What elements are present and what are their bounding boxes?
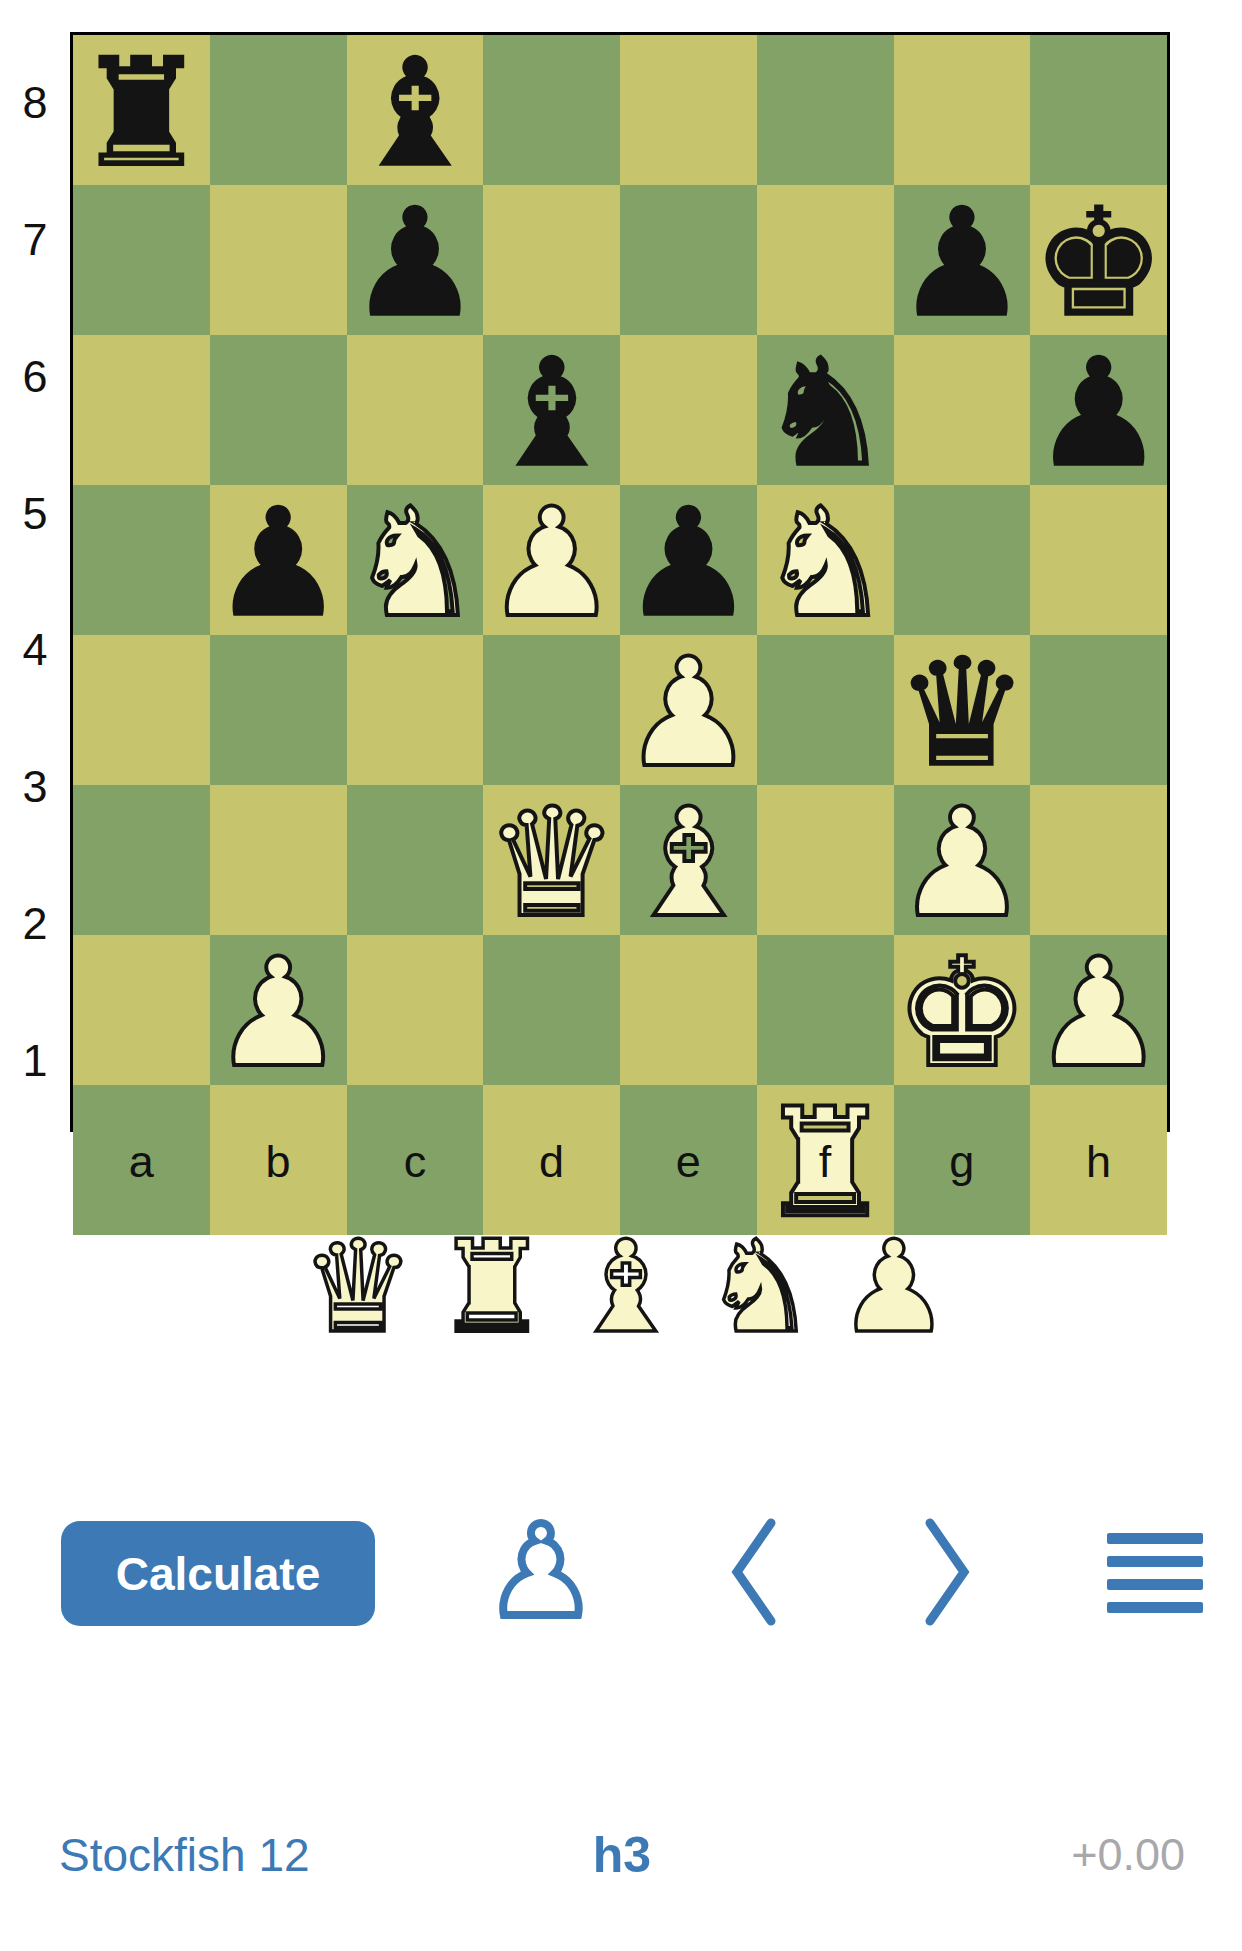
square-h2[interactable]: ♟ (1030, 935, 1167, 1085)
square-d6[interactable]: ♝ (483, 335, 620, 485)
square-d4[interactable] (483, 635, 620, 785)
white-bishop[interactable]: ♝ (621, 788, 755, 938)
calculate-button[interactable]: Calculate (61, 1521, 375, 1626)
square-d2[interactable] (483, 935, 620, 1085)
menu-bar (1107, 1556, 1203, 1567)
white-pawn[interactable]: ♟ (621, 638, 755, 788)
black-knight[interactable]: ♞ (758, 338, 892, 488)
square-c8[interactable]: ♝ (347, 35, 484, 185)
square-f6[interactable]: ♞ (757, 335, 894, 485)
tray-white-bishop[interactable]: ♝ (569, 1212, 673, 1362)
black-bishop[interactable]: ♝ (348, 38, 482, 188)
square-a5[interactable] (73, 485, 210, 635)
square-a3[interactable] (73, 785, 210, 935)
square-d5[interactable]: ♟ (483, 485, 620, 635)
square-d8[interactable] (483, 35, 620, 185)
square-b3[interactable] (210, 785, 347, 935)
menu-icon[interactable] (1107, 1533, 1203, 1613)
square-g7[interactable]: ♟ (894, 185, 1031, 335)
square-a7[interactable] (73, 185, 210, 335)
white-queen[interactable]: ♛ (484, 788, 618, 938)
square-h8[interactable] (1030, 35, 1167, 185)
square-g3[interactable]: ♟ (894, 785, 1031, 935)
tray-white-queen[interactable]: ♛ (301, 1212, 405, 1362)
square-g8[interactable] (894, 35, 1031, 185)
file-label-f: f (757, 1136, 894, 1188)
rank-label-4: 4 (0, 582, 70, 719)
square-h3[interactable] (1030, 785, 1167, 935)
square-c2[interactable] (347, 935, 484, 1085)
square-b7[interactable] (210, 185, 347, 335)
chess-board: ♜♝♟♟♚♝♞♟♟♞♟♟♞♟♛♛♝♟♟♚♟♜ (70, 32, 1170, 1132)
menu-bar (1107, 1579, 1203, 1590)
square-f7[interactable] (757, 185, 894, 335)
tray-white-pawn[interactable]: ♟ (837, 1212, 941, 1362)
square-a4[interactable] (73, 635, 210, 785)
square-e5[interactable]: ♟ (620, 485, 757, 635)
engine-label[interactable]: Stockfish 12 (59, 1828, 310, 1882)
square-f8[interactable] (757, 35, 894, 185)
piece-tray: ♛♜♝♞♟ (0, 1212, 1242, 1362)
square-d3[interactable]: ♛ (483, 785, 620, 935)
square-f4[interactable] (757, 635, 894, 785)
file-label-b: b (210, 1136, 347, 1188)
square-a8[interactable]: ♜ (73, 35, 210, 185)
black-pawn[interactable]: ♟ (348, 188, 482, 338)
square-e3[interactable]: ♝ (620, 785, 757, 935)
file-label-c: c (347, 1136, 484, 1188)
rank-label-1: 1 (0, 992, 70, 1129)
pawn-icon[interactable]: ♟ (489, 1506, 593, 1638)
white-pawn[interactable]: ♟ (211, 938, 345, 1088)
white-knight[interactable]: ♞ (348, 488, 482, 638)
square-a6[interactable] (73, 335, 210, 485)
next-move-icon[interactable] (922, 1516, 974, 1628)
menu-bar (1107, 1602, 1203, 1613)
rank-label-2: 2 (0, 856, 70, 993)
previous-move-icon[interactable] (727, 1516, 779, 1628)
square-b5[interactable]: ♟ (210, 485, 347, 635)
square-e4[interactable]: ♟ (620, 635, 757, 785)
black-pawn[interactable]: ♟ (211, 488, 345, 638)
chess-analysis-app: 87654321 ♜♝♟♟♚♝♞♟♟♞♟♟♞♟♛♛♝♟♟♚♟♜ abcdefgh… (0, 0, 1242, 1951)
file-label-g: g (894, 1136, 1031, 1188)
square-h6[interactable]: ♟ (1030, 335, 1167, 485)
square-e7[interactable] (620, 185, 757, 335)
square-b8[interactable] (210, 35, 347, 185)
square-c5[interactable]: ♞ (347, 485, 484, 635)
square-c4[interactable] (347, 635, 484, 785)
square-b4[interactable] (210, 635, 347, 785)
rank-label-6: 6 (0, 309, 70, 446)
square-a2[interactable] (73, 935, 210, 1085)
square-g5[interactable] (894, 485, 1031, 635)
white-pawn[interactable]: ♟ (895, 788, 1029, 938)
black-pawn[interactable]: ♟ (1031, 338, 1165, 488)
evaluation-text: +0.00 (1071, 1829, 1185, 1881)
rank-label-7: 7 (0, 172, 70, 309)
square-f5[interactable]: ♞ (757, 485, 894, 635)
file-label-h: h (1030, 1136, 1167, 1188)
file-label-d: d (483, 1136, 620, 1188)
rank-label-5: 5 (0, 445, 70, 582)
square-e6[interactable] (620, 335, 757, 485)
file-label-e: e (620, 1136, 757, 1188)
black-rook[interactable]: ♜ (74, 38, 208, 188)
black-bishop[interactable]: ♝ (484, 338, 618, 488)
square-h7[interactable]: ♚ (1030, 185, 1167, 335)
square-g2[interactable]: ♚ (894, 935, 1031, 1085)
square-b6[interactable] (210, 335, 347, 485)
rank-label-8: 8 (0, 35, 70, 172)
square-f2[interactable] (757, 935, 894, 1085)
square-d7[interactable] (483, 185, 620, 335)
black-queen[interactable]: ♛ (895, 638, 1029, 788)
tray-white-knight[interactable]: ♞ (703, 1212, 807, 1362)
square-g4[interactable]: ♛ (894, 635, 1031, 785)
square-e2[interactable] (620, 935, 757, 1085)
square-f3[interactable] (757, 785, 894, 935)
white-king[interactable]: ♚ (895, 938, 1029, 1088)
square-e8[interactable] (620, 35, 757, 185)
white-pawn[interactable]: ♟ (484, 488, 618, 638)
square-c6[interactable] (347, 335, 484, 485)
white-pawn[interactable]: ♟ (1031, 938, 1165, 1088)
rank-label-3: 3 (0, 719, 70, 856)
file-label-a: a (73, 1136, 210, 1188)
black-pawn[interactable]: ♟ (895, 188, 1029, 338)
tray-white-rook[interactable]: ♜ (435, 1212, 539, 1362)
square-h4[interactable] (1030, 635, 1167, 785)
square-b2[interactable]: ♟ (210, 935, 347, 1085)
square-g6[interactable] (894, 335, 1031, 485)
best-move-text: h3 (593, 1826, 651, 1884)
black-pawn[interactable]: ♟ (621, 488, 755, 638)
white-knight[interactable]: ♞ (758, 488, 892, 638)
square-c3[interactable] (347, 785, 484, 935)
square-c7[interactable]: ♟ (347, 185, 484, 335)
square-h5[interactable] (1030, 485, 1167, 635)
status-bar: Stockfish 12 h3 +0.00 (59, 1820, 1185, 1890)
black-king[interactable]: ♚ (1031, 188, 1165, 338)
menu-bar (1107, 1533, 1203, 1544)
